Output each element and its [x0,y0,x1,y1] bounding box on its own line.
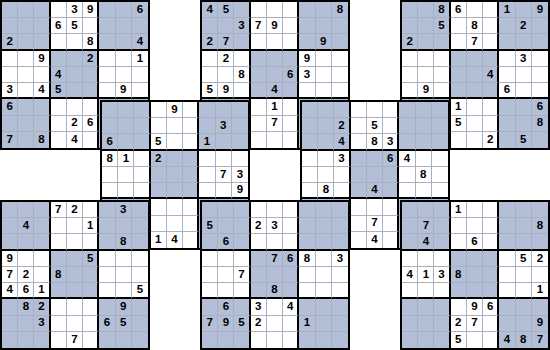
cell-bottom-left-r7c1[interactable] [2,299,18,315]
cell-top-left-r1c4[interactable] [51,2,67,18]
cell-bottom-left-r6c5[interactable] [67,283,83,299]
cell-bottom-left-r9c2[interactable] [18,332,34,348]
cell-bottom-right-r5c5[interactable] [467,267,483,283]
cell-top-center-r3c5[interactable] [267,34,283,50]
cell-bottom-left-r9c6[interactable] [83,332,99,348]
cell-bottom-right-r5c8[interactable] [516,267,532,283]
cell-bottom-left-r3c3[interactable] [34,234,50,250]
cell-bottom-right-r4c1[interactable] [402,251,418,267]
cell-middle-left-r5c5[interactable] [167,167,183,183]
cell-top-center-r1c4[interactable] [251,2,267,18]
cell-top-left-r9c6[interactable] [83,132,99,148]
cell-bottom-left-r5c9[interactable] [132,267,148,283]
cell-bottom-center-r4c4[interactable] [251,251,267,267]
cell-bottom-right-r7c9[interactable] [532,299,548,315]
cell-middle-left-r3c3[interactable] [134,134,150,150]
cell-bottom-right-r3c8[interactable] [516,234,532,250]
cell-bottom-center-r9c1[interactable] [202,332,218,348]
cell-top-center-r4c6[interactable] [283,51,299,67]
cell-bottom-right-r2c6[interactable] [483,218,499,234]
cell-top-left-r9c4[interactable] [51,132,67,148]
cell-top-right-r2c6[interactable] [483,18,499,34]
cell-middle-left-r6c6[interactable] [183,183,199,199]
cell-top-left-r6c5[interactable] [67,83,83,99]
cell-top-left-r3c7[interactable] [99,34,115,50]
cell-top-left-r3c4[interactable] [51,34,67,50]
cell-middle-right-r9c6[interactable] [383,232,399,248]
cell-top-center-r9c5[interactable] [267,132,283,148]
cell-bottom-left-r5c6[interactable] [83,267,99,283]
cell-bottom-left-r4c9[interactable] [132,251,148,267]
cell-middle-right-r6c9[interactable] [432,183,448,199]
cell-middle-left-r6c7[interactable] [199,183,215,199]
cell-top-left-r2c7[interactable] [99,18,115,34]
cell-top-left-r5c3[interactable] [34,67,50,83]
cell-bottom-center-r4c1[interactable] [202,251,218,267]
cell-middle-right-r9c4[interactable] [351,232,367,248]
cell-middle-left-r5c1[interactable] [102,167,118,183]
cell-middle-left-r6c3[interactable] [134,183,150,199]
cell-bottom-right-r6c6[interactable] [483,283,499,299]
cell-bottom-left-r7c7[interactable] [99,299,115,315]
cell-middle-left-r2c1[interactable] [102,118,118,134]
cell-top-right-r1c8[interactable] [516,2,532,18]
cell-bottom-left-r9c8[interactable] [116,332,132,348]
cell-bottom-center-r3c4[interactable] [251,234,267,250]
cell-bottom-right-r2c5[interactable] [467,218,483,234]
cell-bottom-left-r3c7[interactable] [99,234,115,250]
cell-bottom-right-r2c3[interactable] [434,218,450,234]
cell-top-right-r9c7[interactable] [499,132,515,148]
cell-bottom-left-r5c5[interactable] [67,267,83,283]
cell-top-right-r4c6[interactable] [483,51,499,67]
cell-middle-right-r5c7[interactable] [399,167,415,183]
cell-middle-right-r5c3[interactable] [334,167,350,183]
cell-top-left-r3c3[interactable] [34,34,50,50]
cell-middle-left-r2c6[interactable] [183,118,199,134]
cell-bottom-right-r8c3[interactable] [434,316,450,332]
cell-top-left-r4c7[interactable] [99,51,115,67]
cell-top-left-r5c7[interactable] [99,67,115,83]
cell-top-right-r5c2[interactable] [418,67,434,83]
cell-bottom-center-r5c7[interactable] [299,267,315,283]
cell-top-left-r6c9[interactable] [132,83,148,99]
cell-middle-right-r5c1[interactable] [302,167,318,183]
cell-top-right-r2c2[interactable] [418,18,434,34]
cell-middle-left-r5c3[interactable] [134,167,150,183]
cell-top-center-r4c3[interactable] [234,51,250,67]
cell-top-right-r6c9[interactable] [532,83,548,99]
cell-middle-right-r1c8[interactable] [416,102,432,118]
cell-bottom-right-r6c3[interactable] [434,283,450,299]
cell-bottom-center-r5c5[interactable] [267,267,283,283]
cell-bottom-right-r4c4[interactable] [451,251,467,267]
cell-top-left-r4c1[interactable] [2,51,18,67]
cell-bottom-center-r3c7[interactable] [299,234,315,250]
cell-middle-left-r1c7[interactable] [199,102,215,118]
cell-top-center-r5c1[interactable] [202,67,218,83]
cell-top-right-r3c2[interactable] [418,34,434,50]
cell-middle-right-r4c9[interactable] [432,151,448,167]
cell-bottom-left-r4c4[interactable] [51,251,67,267]
cell-top-left-r8c4[interactable] [51,116,67,132]
cell-bottom-center-r1c8[interactable] [316,202,332,218]
cell-bottom-right-r7c8[interactable] [516,299,532,315]
cell-top-center-r2c6[interactable] [283,18,299,34]
cell-top-right-r1c6[interactable] [483,2,499,18]
cell-bottom-left-r9c7[interactable] [99,332,115,348]
cell-bottom-left-r9c9[interactable] [132,332,148,348]
cell-middle-left-r5c6[interactable] [183,167,199,183]
cell-middle-left-r2c4[interactable] [151,118,167,134]
cell-bottom-center-r6c6[interactable] [283,283,299,299]
cell-middle-left-r4c5[interactable] [167,151,183,167]
cell-bottom-left-r3c5[interactable] [67,234,83,250]
cell-bottom-right-r1c1[interactable] [402,202,418,218]
cell-bottom-center-r8c5[interactable] [267,316,283,332]
cell-top-center-r4c4[interactable] [251,51,267,67]
cell-top-right-r4c3[interactable] [434,51,450,67]
cell-bottom-center-r3c9[interactable] [332,234,348,250]
cell-top-center-r6c6[interactable] [283,83,299,99]
cell-middle-right-r5c6[interactable] [383,167,399,183]
cell-top-right-r5c3[interactable] [434,67,450,83]
cell-middle-right-r7c5[interactable] [367,199,383,215]
cell-top-left-r1c8[interactable] [116,2,132,18]
cell-top-center-r6c8[interactable] [316,83,332,99]
cell-top-right-r7c8[interactable] [516,99,532,115]
cell-bottom-center-r3c8[interactable] [316,234,332,250]
cell-middle-right-r5c2[interactable] [318,167,334,183]
cell-bottom-right-r8c1[interactable] [402,316,418,332]
cell-top-right-r5c8[interactable] [516,67,532,83]
cell-middle-left-r6c2[interactable] [118,183,134,199]
cell-bottom-right-r7c1[interactable] [402,299,418,315]
cell-top-right-r8c6[interactable] [483,116,499,132]
cell-bottom-right-r4c2[interactable] [418,251,434,267]
cell-bottom-left-r1c1[interactable] [2,202,18,218]
cell-bottom-left-r8c9[interactable] [132,316,148,332]
cell-bottom-right-r2c7[interactable] [499,218,515,234]
cell-top-right-r8c8[interactable] [516,116,532,132]
cell-bottom-center-r6c1[interactable] [202,283,218,299]
cell-bottom-center-r4c2[interactable] [218,251,234,267]
cell-bottom-right-r6c1[interactable] [402,283,418,299]
cell-top-left-r2c8[interactable] [116,18,132,34]
cell-top-right-r2c7[interactable] [499,18,515,34]
cell-bottom-right-r9c6[interactable] [483,332,499,348]
cell-bottom-left-r7c6[interactable] [83,299,99,315]
cell-top-right-r4c1[interactable] [402,51,418,67]
cell-bottom-right-r8c6[interactable] [483,316,499,332]
cell-middle-left-r8c6[interactable] [183,216,199,232]
cell-top-center-r6c7[interactable] [299,83,315,99]
cell-top-center-r3c6[interactable] [283,34,299,50]
cell-middle-left-r7c6[interactable] [183,199,199,215]
cell-middle-right-r1c2[interactable] [318,102,334,118]
cell-bottom-right-r1c2[interactable] [418,202,434,218]
cell-top-left-r4c5[interactable] [67,51,83,67]
cell-top-left-r7c3[interactable] [34,99,50,115]
cell-bottom-right-r9c3[interactable] [434,332,450,348]
cell-top-center-r1c5[interactable] [267,2,283,18]
cell-middle-right-r4c8[interactable] [416,151,432,167]
cell-bottom-left-r2c7[interactable] [99,218,115,234]
cell-bottom-left-r2c9[interactable] [132,218,148,234]
cell-middle-right-r2c2[interactable] [318,118,334,134]
cell-middle-right-r5c4[interactable] [351,167,367,183]
cell-middle-right-r6c8[interactable] [416,183,432,199]
cell-top-center-r2c2[interactable] [218,18,234,34]
cell-bottom-center-r2c6[interactable] [283,218,299,234]
cell-bottom-left-r7c4[interactable] [51,299,67,315]
cell-middle-right-r3c2[interactable] [318,134,334,150]
cell-top-left-r2c2[interactable] [18,18,34,34]
cell-bottom-center-r9c2[interactable] [218,332,234,348]
cell-top-right-r4c9[interactable] [532,51,548,67]
cell-top-left-r3c5[interactable] [67,34,83,50]
cell-top-left-r1c3[interactable] [34,2,50,18]
cell-middle-left-r6c1[interactable] [102,183,118,199]
cell-bottom-right-r3c4[interactable] [451,234,467,250]
cell-top-right-r3c8[interactable] [516,34,532,50]
cell-middle-left-r6c8[interactable] [216,183,232,199]
cell-middle-left-r5c2[interactable] [118,167,134,183]
cell-middle-right-r8c4[interactable] [351,216,367,232]
cell-bottom-left-r1c2[interactable] [18,202,34,218]
cell-bottom-left-r4c8[interactable] [116,251,132,267]
cell-top-left-r1c2[interactable] [18,2,34,18]
cell-bottom-right-r8c2[interactable] [418,316,434,332]
cell-bottom-center-r9c6[interactable] [283,332,299,348]
cell-bottom-center-r9c9[interactable] [332,332,348,348]
cell-top-center-r5c2[interactable] [218,67,234,83]
cell-top-center-r1c7[interactable] [299,2,315,18]
cell-bottom-center-r3c3[interactable] [234,234,250,250]
cell-top-right-r3c7[interactable] [499,34,515,50]
cell-top-left-r5c2[interactable] [18,67,34,83]
cell-middle-right-r1c3[interactable] [334,102,350,118]
cell-middle-right-r2c6[interactable] [383,118,399,134]
cell-middle-left-r3c5[interactable] [167,134,183,150]
cell-bottom-center-r7c1[interactable] [202,299,218,315]
cell-middle-left-r7c4[interactable] [151,199,167,215]
cell-top-center-r4c8[interactable] [316,51,332,67]
cell-top-left-r8c2[interactable] [18,116,34,132]
cell-bottom-left-r3c9[interactable] [132,234,148,250]
cell-bottom-left-r5c3[interactable] [34,267,50,283]
cell-bottom-left-r1c7[interactable] [99,202,115,218]
cell-bottom-center-r6c4[interactable] [251,283,267,299]
cell-top-right-r6c5[interactable] [467,83,483,99]
cell-middle-left-r2c5[interactable] [167,118,183,134]
cell-top-right-r8c7[interactable] [499,116,515,132]
cell-top-right-r3c3[interactable] [434,34,450,50]
cell-middle-left-r4c3[interactable] [134,151,150,167]
cell-bottom-right-r8c8[interactable] [516,316,532,332]
cell-bottom-center-r3c1[interactable] [202,234,218,250]
cell-bottom-center-r5c2[interactable] [218,267,234,283]
cell-bottom-center-r5c1[interactable] [202,267,218,283]
cell-middle-left-r1c1[interactable] [102,102,118,118]
cell-bottom-left-r3c4[interactable] [51,234,67,250]
cell-bottom-center-r2c2[interactable] [218,218,234,234]
cell-bottom-center-r8c6[interactable] [283,316,299,332]
cell-top-right-r6c6[interactable] [483,83,499,99]
cell-middle-right-r1c7[interactable] [399,102,415,118]
cell-top-left-r1c1[interactable] [2,2,18,18]
cell-top-center-r4c1[interactable] [202,51,218,67]
cell-top-right-r4c7[interactable] [499,51,515,67]
cell-top-center-r2c9[interactable] [332,18,348,34]
cell-top-left-r5c6[interactable] [83,67,99,83]
cell-bottom-center-r9c3[interactable] [234,332,250,348]
cell-middle-left-r1c3[interactable] [134,102,150,118]
cell-bottom-right-r9c1[interactable] [402,332,418,348]
cell-bottom-left-r3c1[interactable] [2,234,18,250]
cell-bottom-center-r1c1[interactable] [202,202,218,218]
cell-bottom-center-r1c5[interactable] [267,202,283,218]
cell-bottom-center-r3c6[interactable] [283,234,299,250]
cell-bottom-left-r5c7[interactable] [99,267,115,283]
cell-bottom-center-r1c3[interactable] [234,202,250,218]
cell-top-center-r3c7[interactable] [299,34,315,50]
cell-bottom-left-r4c7[interactable] [99,251,115,267]
cell-middle-right-r4c5[interactable] [367,151,383,167]
cell-bottom-right-r1c3[interactable] [434,202,450,218]
cell-middle-left-r9c6[interactable] [183,232,199,248]
cell-middle-right-r1c6[interactable] [383,102,399,118]
cell-top-right-r2c4[interactable] [451,18,467,34]
cell-bottom-left-r2c5[interactable] [67,218,83,234]
cell-bottom-center-r8c9[interactable] [332,316,348,332]
cell-middle-right-r4c1[interactable] [302,151,318,167]
cell-bottom-left-r8c4[interactable] [51,316,67,332]
cell-top-left-r7c2[interactable] [18,99,34,115]
cell-bottom-right-r6c8[interactable] [516,283,532,299]
cell-middle-right-r2c9[interactable] [432,118,448,134]
cell-top-center-r4c5[interactable] [267,51,283,67]
cell-bottom-right-r2c8[interactable] [516,218,532,234]
cell-middle-right-r2c7[interactable] [399,118,415,134]
cell-top-center-r8c6[interactable] [283,116,299,132]
cell-bottom-right-r7c2[interactable] [418,299,434,315]
cell-bottom-right-r2c1[interactable] [402,218,418,234]
cell-bottom-center-r1c4[interactable] [251,202,267,218]
cell-bottom-right-r6c7[interactable] [499,283,515,299]
cell-bottom-center-r5c6[interactable] [283,267,299,283]
cell-top-right-r6c1[interactable] [402,83,418,99]
cell-bottom-right-r3c9[interactable] [532,234,548,250]
cell-middle-left-r5c7[interactable] [199,167,215,183]
cell-middle-right-r6c4[interactable] [351,183,367,199]
cell-top-center-r6c3[interactable] [234,83,250,99]
cell-bottom-left-r7c9[interactable] [132,299,148,315]
cell-top-right-r5c7[interactable] [499,67,515,83]
cell-bottom-left-r1c3[interactable] [34,202,50,218]
cell-middle-right-r6c7[interactable] [399,183,415,199]
cell-middle-right-r2c1[interactable] [302,118,318,134]
cell-top-left-r5c1[interactable] [2,67,18,83]
cell-top-center-r7c4[interactable] [251,99,267,115]
cell-top-right-r1c1[interactable] [402,2,418,18]
cell-middle-right-r1c4[interactable] [351,102,367,118]
cell-top-center-r2c7[interactable] [299,18,315,34]
cell-middle-right-r1c5[interactable] [367,102,383,118]
cell-middle-left-r5c4[interactable] [151,167,167,183]
cell-bottom-center-r9c8[interactable] [316,332,332,348]
cell-bottom-center-r6c3[interactable] [234,283,250,299]
cell-bottom-left-r6c7[interactable] [99,283,115,299]
cell-bottom-left-r8c6[interactable] [83,316,99,332]
cell-bottom-center-r1c2[interactable] [218,202,234,218]
cell-bottom-right-r1c9[interactable] [532,202,548,218]
cell-bottom-right-r5c7[interactable] [499,267,515,283]
cell-top-right-r4c4[interactable] [451,51,467,67]
cell-bottom-center-r2c3[interactable] [234,218,250,234]
cell-bottom-right-r3c7[interactable] [499,234,515,250]
cell-middle-right-r2c4[interactable] [351,118,367,134]
cell-bottom-left-r4c5[interactable] [67,251,83,267]
cell-middle-right-r7c4[interactable] [351,199,367,215]
cell-top-center-r3c9[interactable] [332,34,348,50]
cell-bottom-right-r1c6[interactable] [483,202,499,218]
cell-bottom-right-r8c7[interactable] [499,316,515,332]
cell-top-right-r5c5[interactable] [467,67,483,83]
cell-middle-left-r1c8[interactable] [216,102,232,118]
cell-middle-left-r4c6[interactable] [183,151,199,167]
cell-top-right-r3c6[interactable] [483,34,499,50]
cell-bottom-right-r1c8[interactable] [516,202,532,218]
cell-top-right-r4c5[interactable] [467,51,483,67]
cell-bottom-center-r5c9[interactable] [332,267,348,283]
cell-bottom-right-r4c6[interactable] [483,251,499,267]
cell-middle-left-r4c8[interactable] [216,151,232,167]
cell-top-right-r9c4[interactable] [451,132,467,148]
cell-middle-left-r4c9[interactable] [232,151,248,167]
cell-bottom-center-r9c4[interactable] [251,332,267,348]
cell-middle-left-r2c7[interactable] [199,118,215,134]
cell-bottom-left-r2c8[interactable] [116,218,132,234]
cell-middle-right-r3c4[interactable] [351,134,367,150]
cell-bottom-center-r7c7[interactable] [299,299,315,315]
cell-bottom-center-r7c5[interactable] [267,299,283,315]
cell-top-left-r4c4[interactable] [51,51,67,67]
cell-top-center-r2c1[interactable] [202,18,218,34]
cell-top-right-r5c4[interactable] [451,67,467,83]
cell-bottom-left-r8c1[interactable] [2,316,18,332]
cell-bottom-center-r5c8[interactable] [316,267,332,283]
cell-top-center-r5c8[interactable] [316,67,332,83]
cell-middle-right-r3c1[interactable] [302,134,318,150]
cell-bottom-right-r6c2[interactable] [418,283,434,299]
cell-top-left-r4c8[interactable] [116,51,132,67]
cell-bottom-right-r4c7[interactable] [499,251,515,267]
cell-top-left-r7c4[interactable] [51,99,67,115]
cell-bottom-left-r4c2[interactable] [18,251,34,267]
cell-bottom-right-r3c6[interactable] [483,234,499,250]
cell-top-left-r8c3[interactable] [34,116,50,132]
cell-bottom-center-r6c8[interactable] [316,283,332,299]
cell-bottom-left-r9c4[interactable] [51,332,67,348]
cell-middle-right-r8c6[interactable] [383,216,399,232]
cell-bottom-right-r5c9[interactable] [532,267,548,283]
cell-top-right-r8c5[interactable] [467,116,483,132]
cell-bottom-right-r1c5[interactable] [467,202,483,218]
cell-top-center-r6c9[interactable] [332,83,348,99]
cell-middle-left-r8c5[interactable] [167,216,183,232]
cell-bottom-center-r4c3[interactable] [234,251,250,267]
